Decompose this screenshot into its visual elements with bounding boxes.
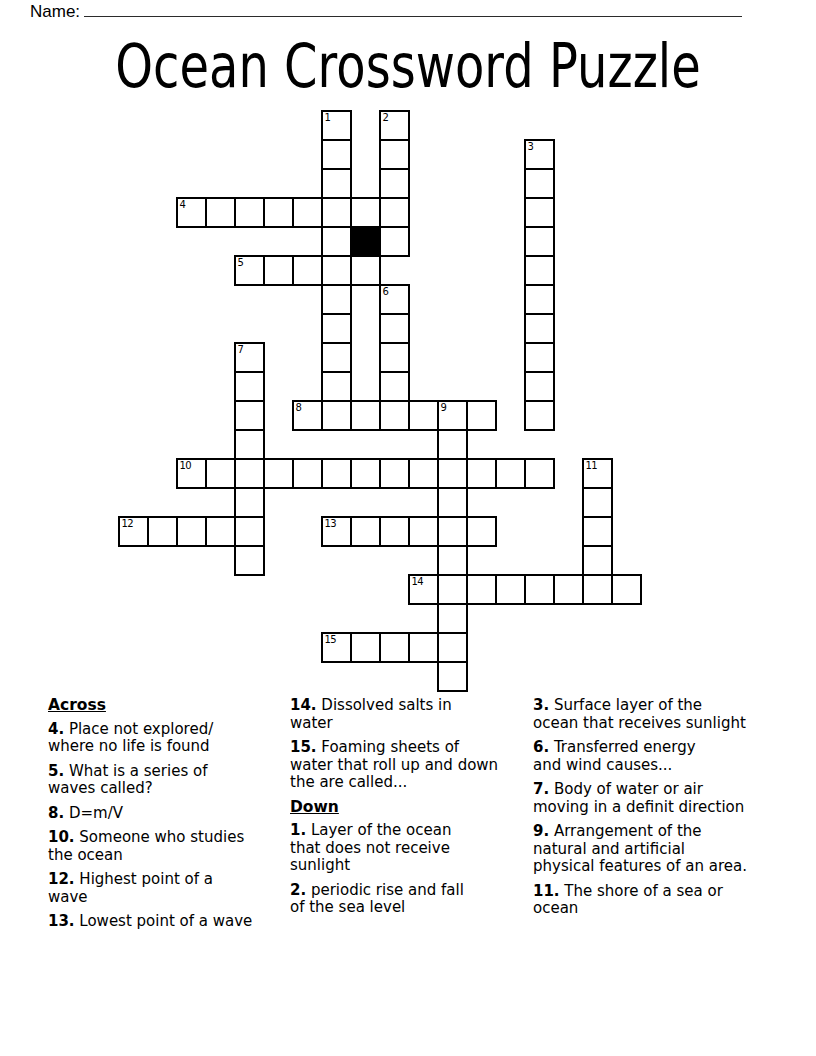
cell-number: 11 <box>586 460 598 471</box>
grid-cell[interactable] <box>379 139 410 170</box>
grid-cell[interactable] <box>524 226 555 257</box>
cell-number: 9 <box>441 402 447 413</box>
grid-cell[interactable] <box>205 197 236 228</box>
clue-column-3: 3. Surface layer of theocean that receiv… <box>533 697 791 925</box>
grid-cell[interactable] <box>321 458 352 489</box>
clue-header-across: Across <box>48 697 288 715</box>
crossword-grid: 123456789101112131415 <box>118 110 642 692</box>
grid-cell[interactable] <box>379 168 410 199</box>
grid-cell[interactable] <box>495 574 526 605</box>
clue-11: 11. The shore of a sea orocean <box>533 883 791 918</box>
grid-cell[interactable] <box>524 371 555 402</box>
grid-cell[interactable] <box>611 574 642 605</box>
cell-number: 4 <box>180 199 186 210</box>
clue-6: 6. Transferred energyand wind causes... <box>533 739 791 774</box>
grid-cell[interactable] <box>263 458 294 489</box>
grid-cell[interactable] <box>466 458 497 489</box>
grid-cell[interactable] <box>437 487 468 518</box>
grid-cell[interactable] <box>379 226 410 257</box>
grid-cell[interactable]: 8 <box>292 400 323 431</box>
grid-cell[interactable]: 5 <box>234 255 265 286</box>
grid-cell[interactable]: 6 <box>379 284 410 315</box>
grid-cell[interactable] <box>321 371 352 402</box>
cell-number: 10 <box>180 460 192 471</box>
clue-column-2: 14. Dissolved salts inwater15. Foaming s… <box>290 697 538 924</box>
grid-cell[interactable] <box>234 516 265 547</box>
grid-cell[interactable] <box>321 313 352 344</box>
clue-3: 3. Surface layer of theocean that receiv… <box>533 697 791 732</box>
clue-10: 10. Someone who studiesthe ocean <box>48 829 288 864</box>
grid-cell[interactable] <box>234 545 265 576</box>
grid-cell[interactable] <box>466 400 497 431</box>
grid-cell[interactable] <box>437 574 468 605</box>
grid-cell[interactable]: 10 <box>176 458 207 489</box>
cell-number: 3 <box>528 141 534 152</box>
cell-number: 12 <box>122 518 134 529</box>
cell-number: 1 <box>325 112 331 123</box>
grid-cell[interactable] <box>379 632 410 663</box>
grid-cell[interactable] <box>379 400 410 431</box>
grid-cell[interactable] <box>524 168 555 199</box>
grid-cell[interactable] <box>524 197 555 228</box>
grid-cell[interactable] <box>379 458 410 489</box>
clue-5: 5. What is a series ofwaves called? <box>48 763 288 798</box>
grid-cell[interactable] <box>292 458 323 489</box>
cell-number: 2 <box>383 112 389 123</box>
grid-cell[interactable] <box>379 342 410 373</box>
grid-cell[interactable] <box>437 545 468 576</box>
grid-cell[interactable] <box>437 632 468 663</box>
grid-cell[interactable] <box>408 516 439 547</box>
grid-cell[interactable] <box>524 313 555 344</box>
clue-7: 7. Body of water or airmoving in a defin… <box>533 781 791 816</box>
grid-cell[interactable] <box>176 516 207 547</box>
grid-cell[interactable] <box>350 197 381 228</box>
name-line <box>84 1 742 17</box>
grid-cell[interactable] <box>234 400 265 431</box>
grid-cell[interactable] <box>321 226 352 257</box>
clue-number: 5. <box>48 762 64 780</box>
clue-number: 2. <box>290 881 306 899</box>
grid-cell[interactable]: 13 <box>321 516 352 547</box>
grid-cell[interactable]: 7 <box>234 342 265 373</box>
grid-cell[interactable] <box>379 313 410 344</box>
grid-cell[interactable] <box>234 197 265 228</box>
clue-number: 7. <box>533 780 549 798</box>
name-label: Name: <box>30 2 80 22</box>
clue-header-down: Down <box>290 799 538 817</box>
clue-12: 12. Highest point of awave <box>48 871 288 906</box>
grid-cell[interactable] <box>582 487 613 518</box>
grid-cell[interactable] <box>408 400 439 431</box>
grid-cell[interactable]: 14 <box>408 574 439 605</box>
grid-cell[interactable] <box>350 400 381 431</box>
grid-cell[interactable] <box>205 458 236 489</box>
cell-number: 6 <box>383 286 389 297</box>
grid-cell[interactable] <box>553 574 584 605</box>
grid-cell[interactable] <box>321 284 352 315</box>
grid-cell[interactable] <box>379 197 410 228</box>
grid-cell[interactable] <box>524 284 555 315</box>
grid-cell[interactable]: 1 <box>321 110 352 141</box>
clue-number: 6. <box>533 738 549 756</box>
grid-cell[interactable] <box>234 429 265 460</box>
grid-cell[interactable] <box>147 516 178 547</box>
clue-number: 10. <box>48 828 75 846</box>
clue-number: 1. <box>290 821 306 839</box>
grid-cell[interactable] <box>321 197 352 228</box>
grid-cell[interactable]: 2 <box>379 110 410 141</box>
cell-number: 5 <box>238 257 244 268</box>
clue-8: 8. D=m/V <box>48 805 288 823</box>
grid-cell[interactable] <box>408 632 439 663</box>
clue-number: 9. <box>533 822 549 840</box>
grid-cell[interactable] <box>205 516 236 547</box>
cell-number: 13 <box>325 518 337 529</box>
cell-number: 15 <box>325 634 337 645</box>
grid-cell[interactable] <box>437 429 468 460</box>
grid-cell[interactable] <box>437 458 468 489</box>
grid-cell[interactable] <box>466 574 497 605</box>
clue-number: 13. <box>48 912 75 930</box>
page-title: Ocean Crossword Puzzle <box>82 36 735 96</box>
clue-number: 15. <box>290 738 317 756</box>
grid-cell[interactable] <box>234 458 265 489</box>
grid-cell[interactable] <box>379 371 410 402</box>
grid-cell[interactable] <box>524 342 555 373</box>
clue-number: 11. <box>533 882 560 900</box>
grid-cell[interactable] <box>321 139 352 170</box>
grid-cell[interactable]: 15 <box>321 632 352 663</box>
grid-cell[interactable] <box>321 168 352 199</box>
grid-cell[interactable] <box>350 516 381 547</box>
clue-number: 12. <box>48 870 75 888</box>
grid-cell[interactable] <box>524 255 555 286</box>
grid-cell-black <box>350 226 381 257</box>
grid-cell[interactable] <box>234 371 265 402</box>
grid-cell[interactable]: 4 <box>176 197 207 228</box>
clue-number: 3. <box>533 696 549 714</box>
grid-cell[interactable] <box>582 574 613 605</box>
grid-cell[interactable]: 12 <box>118 516 149 547</box>
grid-cell[interactable] <box>292 197 323 228</box>
grid-cell[interactable] <box>292 255 323 286</box>
clue-15: 15. Foaming sheets ofwater that roll up … <box>290 739 538 792</box>
grid-cell[interactable] <box>350 458 381 489</box>
grid-cell[interactable] <box>466 516 497 547</box>
clue-4: 4. Place not explored/where no life is f… <box>48 721 288 756</box>
grid-cell[interactable] <box>350 255 381 286</box>
grid-cell[interactable] <box>321 342 352 373</box>
grid-cell[interactable] <box>234 487 265 518</box>
grid-cell[interactable] <box>263 197 294 228</box>
grid-cell[interactable]: 3 <box>524 139 555 170</box>
grid-cell[interactable]: 11 <box>582 458 613 489</box>
clue-number: 4. <box>48 720 64 738</box>
grid-cell[interactable] <box>582 516 613 547</box>
grid-cell[interactable] <box>437 661 468 692</box>
grid-cell[interactable] <box>263 255 294 286</box>
clue-number: 14. <box>290 696 317 714</box>
grid-cell[interactable] <box>437 603 468 634</box>
grid-cell[interactable] <box>321 255 352 286</box>
clue-13: 13. Lowest point of a wave <box>48 913 288 931</box>
clue-2: 2. periodic rise and fallof the sea leve… <box>290 882 538 917</box>
grid-cell[interactable] <box>437 516 468 547</box>
grid-cell[interactable] <box>350 632 381 663</box>
clue-14: 14. Dissolved salts inwater <box>290 697 538 732</box>
grid-cell[interactable] <box>408 458 439 489</box>
grid-cell[interactable] <box>379 516 410 547</box>
cell-number: 14 <box>412 576 424 587</box>
grid-cell[interactable]: 9 <box>437 400 468 431</box>
clue-9: 9. Arrangement of thenatural and artific… <box>533 823 791 876</box>
grid-cell[interactable] <box>582 545 613 576</box>
clue-1: 1. Layer of the oceanthat does not recei… <box>290 822 538 875</box>
grid-cell[interactable] <box>524 400 555 431</box>
grid-cell[interactable] <box>321 400 352 431</box>
worksheet-page: Name: Ocean Crossword Puzzle 12345678910… <box>0 0 816 1056</box>
grid-cell[interactable] <box>524 574 555 605</box>
clue-column-1: Across4. Place not explored/where no lif… <box>48 697 288 938</box>
grid-cell[interactable] <box>524 458 555 489</box>
cell-number: 7 <box>238 344 244 355</box>
cell-number: 8 <box>296 402 302 413</box>
clue-number: 8. <box>48 804 64 822</box>
grid-cell[interactable] <box>495 458 526 489</box>
